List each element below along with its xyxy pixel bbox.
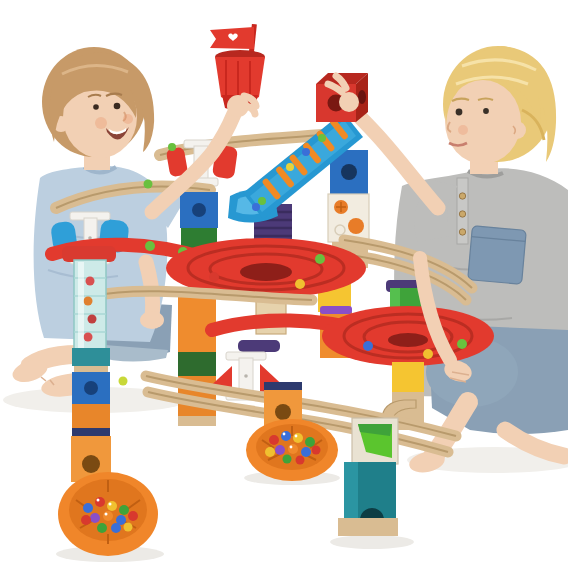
marble (286, 163, 294, 171)
teal-cap (72, 348, 110, 366)
marble (84, 333, 93, 342)
dark-green-block (178, 352, 216, 376)
right-boy-ear (508, 121, 526, 139)
right-boy-eye (456, 109, 463, 116)
marble (315, 254, 325, 264)
marble (302, 148, 310, 156)
marble (209, 272, 219, 282)
marble (88, 315, 97, 324)
marble (295, 279, 305, 289)
marble (144, 180, 153, 189)
right-boy-chest-pocket (468, 226, 527, 285)
marble-tray-left (58, 472, 158, 556)
product-photo: Hape (0, 0, 568, 568)
marble (423, 349, 433, 359)
left-boy-eye (114, 103, 121, 110)
henley-button (459, 211, 465, 217)
marble-tray-center (246, 419, 338, 481)
marble (84, 297, 93, 306)
marble (86, 277, 95, 286)
marble (119, 377, 128, 386)
right-boy-head (443, 46, 556, 174)
marble (258, 197, 266, 205)
left-boy-head (42, 47, 154, 170)
marble (363, 341, 373, 351)
scene-illustration: Hape (0, 0, 568, 568)
marble (252, 203, 260, 211)
henley-button (459, 229, 465, 235)
orange-block (72, 404, 110, 432)
white-cylinder-block (328, 194, 369, 242)
marble (318, 134, 326, 142)
henley-button (459, 193, 465, 199)
marble (457, 339, 467, 349)
marble (145, 241, 155, 251)
marble (168, 143, 176, 151)
